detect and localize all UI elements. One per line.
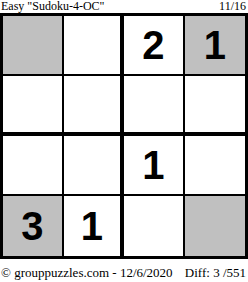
header: Easy "Sudoku-4-OC" 11/16 <box>0 0 248 13</box>
cell-r2c2[interactable] <box>64 76 125 136</box>
cell-r4c2: 1 <box>64 196 125 256</box>
difficulty-text: Diff: 3 /551 <box>185 265 246 280</box>
cell-r3c4[interactable] <box>185 136 246 196</box>
cell-r2c1[interactable] <box>3 76 64 136</box>
footer: © grouppuzzles.com - 12/6/2020 Diff: 3 /… <box>0 259 248 280</box>
cell-r4c4[interactable] <box>185 196 246 256</box>
cell-r3c2[interactable] <box>64 136 125 196</box>
cell-r3c3: 1 <box>124 136 185 196</box>
sudoku-board: 21131 <box>0 13 248 259</box>
puzzle-counter: 11/16 <box>219 0 246 13</box>
copyright-text: © grouppuzzles.com - 12/6/2020 <box>1 265 173 280</box>
cell-r1c3: 2 <box>124 16 185 76</box>
cell-r1c4: 1 <box>185 16 246 76</box>
cell-r1c1[interactable] <box>3 16 64 76</box>
cell-r4c3[interactable] <box>124 196 185 256</box>
cell-r1c2[interactable] <box>64 16 125 76</box>
puzzle-title: Easy "Sudoku-4-OC" <box>1 0 104 13</box>
cell-r4c1: 3 <box>3 196 64 256</box>
cell-r2c3[interactable] <box>124 76 185 136</box>
cell-r2c4[interactable] <box>185 76 246 136</box>
puzzle-page: Easy "Sudoku-4-OC" 11/16 21131 © grouppu… <box>0 0 248 282</box>
cell-r3c1[interactable] <box>3 136 64 196</box>
